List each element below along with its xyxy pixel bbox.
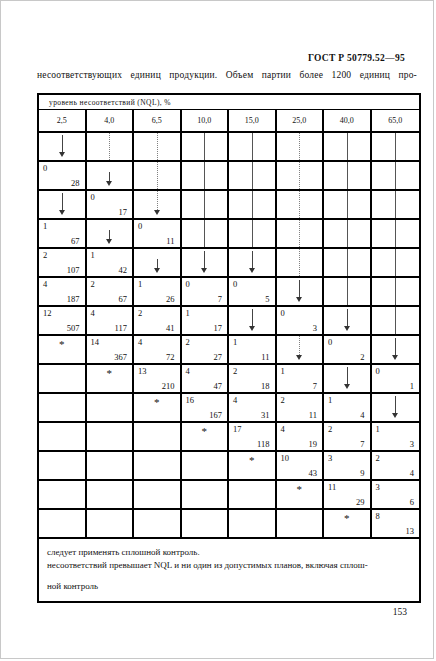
- plan-cell: 14367: [87, 336, 135, 365]
- plan-cell: 447: [182, 365, 230, 394]
- down-arrow-icon: [277, 278, 325, 307]
- empty-cell: [134, 423, 182, 452]
- down-arrow-icon: [134, 249, 182, 278]
- plan-cell: 24: [372, 452, 420, 481]
- dotted-down-arrow-icon: [277, 336, 325, 365]
- plan-cell: 218: [229, 365, 277, 394]
- acceptance-number: 1: [281, 366, 285, 376]
- plan-cell: 1129: [324, 481, 372, 510]
- plan-cell: 472: [134, 336, 182, 365]
- sample-size: 72: [166, 352, 175, 362]
- acceptance-number: 16: [186, 395, 195, 405]
- asterisk-footnote-mark: *: [182, 423, 230, 452]
- sample-size: 47: [214, 381, 223, 391]
- acceptance-number: 1: [138, 279, 142, 289]
- sample-size: 11: [261, 352, 269, 362]
- plan-cell: 4117: [87, 307, 135, 336]
- line-segment: [372, 133, 420, 162]
- dotted-line-segment: [277, 162, 325, 191]
- line-segment: [372, 191, 420, 220]
- column-header-nql: 65,0: [372, 110, 420, 131]
- plan-cell: 431: [229, 394, 277, 423]
- sample-size: 18: [261, 381, 270, 391]
- acceptance-number: 1: [91, 250, 95, 260]
- nql-header: уровень несоответствий (NQL), %: [39, 95, 419, 110]
- sample-size: 1: [410, 381, 414, 391]
- empty-cell: [277, 510, 325, 539]
- plan-cell: 17118: [229, 423, 277, 452]
- line-segment: [229, 162, 277, 191]
- sample-size: 26: [166, 294, 175, 304]
- dotted-down-arrow-icon: [134, 191, 182, 220]
- sample-size: 118: [257, 439, 269, 449]
- acceptance-number: 0: [376, 366, 380, 376]
- plan-cell: 011: [134, 220, 182, 249]
- acceptance-number: 2: [328, 424, 332, 434]
- sample-size: 3: [410, 439, 414, 449]
- acceptance-number: 10: [281, 453, 290, 463]
- sample-size: 41: [166, 323, 175, 333]
- sample-size: 507: [67, 323, 80, 333]
- column-header-nql: 10,0: [182, 110, 230, 131]
- line-segment: [372, 278, 420, 307]
- acceptance-number: 1: [43, 221, 47, 231]
- down-arrow-icon: [182, 249, 230, 278]
- dotted-line-segment: [277, 133, 325, 162]
- sample-size: 67: [119, 294, 128, 304]
- plan-cell: 4187: [39, 278, 87, 307]
- footnote-line-2: несоответствий превышает NQL и ни один и…: [47, 559, 411, 572]
- sample-size: 11: [309, 410, 317, 420]
- empty-cell: [134, 481, 182, 510]
- down-arrow-icon: [39, 191, 87, 220]
- acceptance-number: 2: [138, 308, 142, 318]
- plan-cell: 14: [324, 394, 372, 423]
- sample-size: 117: [115, 323, 127, 333]
- sample-size: 107: [67, 265, 80, 275]
- plan-cell: 13210: [134, 365, 182, 394]
- plan-cell: 02: [324, 336, 372, 365]
- plan-cell: 39: [324, 452, 372, 481]
- acceptance-number: 17: [233, 424, 242, 434]
- plan-cell: 13: [372, 423, 420, 452]
- line-segment: [324, 220, 372, 249]
- empty-cell: [182, 510, 230, 539]
- sample-size: 187: [67, 294, 80, 304]
- plan-cell: 419: [277, 423, 325, 452]
- plan-cell: 167: [39, 220, 87, 249]
- acceptance-number: 11: [328, 482, 336, 492]
- down-arrow-icon: [87, 220, 135, 249]
- standard-reference: ГОСТ Р 50779.52—95: [37, 53, 405, 63]
- plan-cell: 017: [87, 191, 135, 220]
- line-segment: [182, 162, 230, 191]
- dotted-line-segment: [134, 162, 182, 191]
- sample-size: 11: [166, 236, 174, 246]
- sample-size: 4: [410, 468, 414, 478]
- acceptance-number: 4: [233, 395, 237, 405]
- footnote-line-1: следует применять сплошной контроль.: [47, 546, 411, 559]
- line-segment: [229, 133, 277, 162]
- acceptance-number: 0: [186, 279, 190, 289]
- sample-size: 19: [309, 439, 318, 449]
- line-segment: [182, 220, 230, 249]
- sampling-plan-table: уровень несоответствий (NQL), % 2,54,06,…: [37, 93, 421, 603]
- line-segment: [324, 133, 372, 162]
- line-segment: [324, 191, 372, 220]
- plan-cell: 17: [277, 365, 325, 394]
- column-header-nql: 15,0: [229, 110, 277, 131]
- sample-size: 31: [261, 410, 270, 420]
- sample-size: 6: [410, 497, 414, 507]
- plan-cell: 2107: [39, 249, 87, 278]
- plan-cell: 03: [277, 307, 325, 336]
- sample-size: 42: [119, 265, 128, 275]
- sample-size: 67: [71, 236, 80, 246]
- acceptance-number: 0: [138, 221, 142, 231]
- acceptance-number: 1: [233, 337, 237, 347]
- line-segment: [229, 220, 277, 249]
- document-page: ГОСТ Р 50779.52—95 несоответствующих еди…: [0, 0, 434, 659]
- plan-cell: 142: [87, 249, 135, 278]
- sample-size: 210: [162, 381, 175, 391]
- asterisk-footnote-mark: *: [87, 365, 135, 394]
- empty-cell: [39, 423, 87, 452]
- asterisk-footnote-mark: *: [324, 510, 372, 539]
- acceptance-number: 1: [328, 395, 332, 405]
- empty-cell: [39, 510, 87, 539]
- empty-cell: [39, 481, 87, 510]
- line-segment: [182, 133, 230, 162]
- sample-size: 7: [360, 439, 364, 449]
- acceptance-number: 4: [186, 366, 190, 376]
- sample-size: 13: [406, 526, 415, 536]
- sample-size: 9: [360, 468, 364, 478]
- down-arrow-icon: [372, 394, 420, 423]
- dotted-line-segment: [277, 249, 325, 278]
- acceptance-number: 1: [376, 424, 380, 434]
- column-headers: 2,54,06,510,015,025,040,065,0: [39, 110, 419, 133]
- page-number: 153: [393, 607, 407, 617]
- acceptance-number: 2: [43, 250, 47, 260]
- sample-size: 5: [265, 294, 269, 304]
- footnote-line-3: ной контроль: [47, 580, 411, 593]
- empty-cell: [87, 394, 135, 423]
- down-arrow-icon: [229, 307, 277, 336]
- plan-cell: 07: [182, 278, 230, 307]
- acceptance-number: 3: [376, 482, 380, 492]
- acceptance-number: 2: [281, 395, 285, 405]
- empty-cell: [39, 452, 87, 481]
- acceptance-number: 4: [281, 424, 285, 434]
- sample-size: 29: [356, 497, 365, 507]
- sample-size: 2: [360, 352, 364, 362]
- empty-cell: [134, 510, 182, 539]
- down-arrow-icon: [229, 249, 277, 278]
- empty-cell: [182, 481, 230, 510]
- intro-text: несоответствующих единиц продукции. Объе…: [37, 70, 417, 80]
- sample-size: 7: [313, 381, 317, 391]
- acceptance-number: 0: [328, 337, 332, 347]
- sample-size: 7: [218, 294, 222, 304]
- acceptance-number: 12: [43, 308, 52, 318]
- sample-size: 43: [309, 468, 318, 478]
- dotted-line-segment: [87, 133, 135, 162]
- acceptance-number: 8: [376, 511, 380, 521]
- plan-cell: 27: [324, 423, 372, 452]
- plan-cell: 36: [372, 481, 420, 510]
- empty-cell: [229, 510, 277, 539]
- line-segment: [324, 162, 372, 191]
- acceptance-number: 0: [281, 308, 285, 318]
- plan-cell: 211: [277, 394, 325, 423]
- line-segment: [229, 191, 277, 220]
- sample-size: 17: [214, 323, 223, 333]
- plan-cell: 227: [182, 336, 230, 365]
- table-grid: 0280171670112107142418726712607051250741…: [39, 133, 419, 539]
- plan-cell: 1043: [277, 452, 325, 481]
- empty-cell: [229, 481, 277, 510]
- down-arrow-icon: [39, 133, 87, 162]
- plan-cell: 813: [372, 510, 420, 539]
- plan-cell: 028: [39, 162, 87, 191]
- dotted-line-segment: [134, 133, 182, 162]
- acceptance-number: 2: [233, 366, 237, 376]
- down-arrow-icon: [372, 336, 420, 365]
- acceptance-number: 13: [138, 366, 147, 376]
- asterisk-footnote-mark: *: [229, 452, 277, 481]
- empty-cell: [87, 510, 135, 539]
- asterisk-footnote-mark: *: [39, 336, 87, 365]
- plan-cell: 117: [182, 307, 230, 336]
- empty-cell: [87, 481, 135, 510]
- line-segment: [372, 307, 420, 336]
- sample-size: 167: [209, 410, 222, 420]
- sample-size: 17: [119, 207, 128, 217]
- empty-cell: [87, 423, 135, 452]
- column-header-nql: 6,5: [134, 110, 182, 131]
- acceptance-number: 4: [138, 337, 142, 347]
- column-header-nql: 2,5: [39, 110, 87, 131]
- acceptance-number: 1: [186, 308, 190, 318]
- acceptance-number: 2: [186, 337, 190, 347]
- acceptance-number: 14: [91, 337, 100, 347]
- empty-cell: [182, 452, 230, 481]
- empty-cell: [87, 452, 135, 481]
- acceptance-number: 0: [43, 163, 47, 173]
- empty-cell: [39, 365, 87, 394]
- line-segment: [372, 249, 420, 278]
- footnote-block: следует применять сплошной контроль. нес…: [39, 539, 419, 601]
- plan-cell: 05: [229, 278, 277, 307]
- plan-cell: 241: [134, 307, 182, 336]
- line-segment: [324, 249, 372, 278]
- sample-size: 3: [313, 323, 317, 333]
- down-arrow-icon: [324, 365, 372, 394]
- column-header-nql: 4,0: [87, 110, 135, 131]
- line-segment: [372, 162, 420, 191]
- column-header-nql: 25,0: [277, 110, 325, 131]
- plan-cell: 16167: [182, 394, 230, 423]
- plan-cell: 111: [229, 336, 277, 365]
- acceptance-number: 2: [91, 279, 95, 289]
- line-segment: [324, 278, 372, 307]
- plan-cell: 126: [134, 278, 182, 307]
- acceptance-number: 2: [376, 453, 380, 463]
- sample-size: 4: [360, 410, 364, 420]
- plan-cell: 01: [372, 365, 420, 394]
- empty-cell: [39, 394, 87, 423]
- column-header-nql: 40,0: [324, 110, 372, 131]
- plan-cell: 12507: [39, 307, 87, 336]
- down-arrow-icon: [87, 162, 135, 191]
- line-segment: [372, 220, 420, 249]
- sample-size: 27: [214, 352, 223, 362]
- dotted-line-segment: [277, 191, 325, 220]
- sample-size: 367: [114, 352, 127, 362]
- line-segment: [182, 191, 230, 220]
- acceptance-number: 0: [91, 192, 95, 202]
- sample-size: 28: [71, 178, 80, 188]
- acceptance-number: 3: [328, 453, 332, 463]
- empty-cell: [134, 452, 182, 481]
- plan-cell: 267: [87, 278, 135, 307]
- dotted-line-segment: [277, 220, 325, 249]
- acceptance-number: 4: [91, 308, 95, 318]
- down-arrow-icon: [324, 307, 372, 336]
- acceptance-number: 0: [233, 279, 237, 289]
- acceptance-number: 4: [43, 279, 47, 289]
- asterisk-footnote-mark: *: [134, 394, 182, 423]
- asterisk-footnote-mark: *: [277, 481, 325, 510]
